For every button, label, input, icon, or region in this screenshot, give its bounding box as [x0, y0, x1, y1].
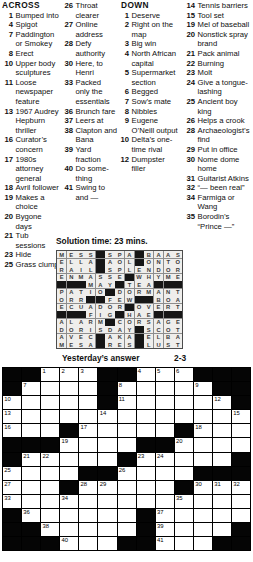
puzzle-cell-r10c7[interactable] — [118, 495, 136, 508]
solution-cell-r11c8: Y — [125, 326, 134, 333]
puzzle-block-r11c1 — [3, 509, 21, 522]
solution-cell-r12c7: K — [115, 334, 124, 341]
solution-cell-r7c2: R — [67, 296, 76, 303]
puzzle-cell-r3c9[interactable] — [156, 396, 174, 409]
solution-cell-r8c6: O — [105, 304, 114, 311]
solution-cell-r3c6: S — [105, 266, 114, 273]
puzzle-cell-r4c6[interactable]: 14 — [98, 410, 116, 423]
solution-cell-r9c5: I — [96, 311, 105, 318]
puzzle-cell-r7c5[interactable] — [79, 453, 97, 466]
puzzle-cell-r2c10[interactable] — [175, 382, 193, 395]
puzzle-cell-r11c9[interactable]: 37 — [156, 509, 174, 522]
puzzle-block-r8c11 — [194, 467, 212, 480]
clue-across-7: 7Padding­ton or Smokey — [2, 30, 59, 49]
cell-number: 32 — [233, 481, 240, 488]
puzzle-cell-r5c13[interactable] — [232, 424, 250, 437]
solution-cell-r7c7: E — [115, 296, 124, 303]
cell-number: 14 — [100, 410, 107, 417]
clue-down-1: 1Deserve — [118, 11, 180, 21]
puzzle-cell-r1c5[interactable]: 3 — [79, 368, 97, 381]
solution-cell-r3c8: L — [125, 266, 134, 273]
solution-cell-r3c3: I — [76, 266, 85, 273]
solution-cell-r8c13: T — [173, 304, 182, 311]
solution-block-r5c3 — [76, 281, 85, 288]
solution-block-r2c5 — [96, 259, 105, 266]
solution-cell-r4c6: S — [105, 274, 114, 281]
solution-cell-r5c9: E — [135, 281, 144, 288]
puzzle-cell-r12c5[interactable] — [79, 523, 97, 536]
puzzle-cell-r3c10[interactable] — [175, 396, 193, 409]
solution-cell-r11c7: A — [115, 326, 124, 333]
solution-cell-r13c10: L — [144, 341, 153, 348]
clue-text: Helps a crook — [198, 116, 245, 126]
clue-number: 29 — [184, 145, 195, 155]
puzzle-cell-r1c10[interactable]: 6 — [175, 368, 193, 381]
clue-across-20: 20Bygone days — [2, 212, 59, 231]
clue-down-34: 34Farmiga or Wang — [184, 193, 252, 212]
clue-text: Spigot — [16, 20, 38, 30]
clue-down-30: 30Nome dome home — [184, 155, 252, 174]
clue-text: Do some­thing — [76, 164, 118, 183]
puzzle-cell-r8c8[interactable] — [137, 467, 155, 480]
solution-cell-r5c8: T — [125, 281, 134, 288]
puzzle-cell-r11c2[interactable]: 36 — [22, 509, 40, 522]
puzzle-cell-r9c7[interactable] — [118, 481, 136, 494]
puzzle-cell-r1c4[interactable]: 2 — [60, 368, 78, 381]
puzzle-cell-r9c12[interactable]: 31 — [213, 481, 231, 494]
solution-cell-r10c9: R — [135, 319, 144, 326]
puzzle-cell-r2c2[interactable]: 7 — [22, 382, 40, 395]
solution-block-r6c6 — [105, 289, 114, 296]
puzzle-cell-r10c8[interactable] — [137, 495, 155, 508]
solution-cell-r4c5: S — [96, 274, 105, 281]
puzzle-cell-r4c3[interactable] — [41, 410, 59, 423]
clue-number: 30 — [62, 59, 73, 78]
puzzle-cell-r7c4[interactable] — [60, 453, 78, 466]
clue-across-18: 18Avril follower — [2, 183, 59, 193]
solution-block-r5c13 — [173, 281, 182, 288]
solution-cell-r8c12: R — [164, 304, 173, 311]
solution-cell-r1c11: A — [154, 251, 163, 258]
clue-number: 14 — [184, 1, 195, 11]
puzzle-cell-r11c10[interactable] — [175, 509, 193, 522]
clue-text: Online address — [76, 20, 118, 39]
puzzle-cell-r10c2[interactable] — [22, 495, 40, 508]
puzzle-cell-r13c5[interactable] — [79, 537, 97, 550]
puzzle-cell-r7c10[interactable] — [175, 453, 193, 466]
clue-text: Swing to and — — [76, 183, 118, 202]
puzzle-cell-r10c13[interactable] — [232, 495, 250, 508]
solution-cell-r11c13: T — [173, 326, 182, 333]
clue-text: “— been real” — [198, 183, 245, 193]
clue-number: 20 — [184, 30, 195, 49]
puzzle-cell-r7c12[interactable] — [213, 453, 231, 466]
solution-cell-r8c4: A — [86, 304, 95, 311]
solution-block-r11c9 — [135, 326, 144, 333]
puzzle-cell-r6c6[interactable] — [98, 438, 116, 451]
puzzle-cell-r5c2[interactable] — [22, 424, 40, 437]
puzzle-cell-r3c2[interactable] — [22, 396, 40, 409]
cell-number: 16 — [4, 424, 11, 431]
clue-number: 7 — [2, 30, 13, 49]
puzzle-cell-r3c1[interactable]: 10 — [3, 396, 21, 409]
puzzle-cell-r9c11[interactable]: 30 — [194, 481, 212, 494]
puzzle-cell-r3c12[interactable]: 12 — [213, 396, 231, 409]
clue-down-22: 22Burning — [184, 59, 252, 69]
clue-text: Makes a choice — [16, 193, 60, 212]
puzzle-cell-r10c11[interactable] — [194, 495, 212, 508]
puzzle-cell-r9c13[interactable]: 32 — [232, 481, 250, 494]
solution-cell-r4c13: E — [173, 274, 182, 281]
clue-across-39: 39Yard fraction — [62, 145, 117, 164]
puzzle-block-r3c6 — [98, 396, 116, 409]
puzzle-cell-r9c5[interactable]: 28 — [79, 481, 97, 494]
puzzle-cell-r11c4[interactable] — [60, 509, 78, 522]
solution-cell-r3c13: R — [173, 266, 182, 273]
clue-text: Grass clump — [16, 260, 59, 270]
solution-cell-r2c4: A — [86, 259, 95, 266]
clue-number: 35 — [184, 212, 195, 231]
solution-cell-r7c11: B — [154, 296, 163, 303]
puzzle-cell-r8c10[interactable] — [175, 467, 193, 480]
puzzle-cell-r9c9[interactable] — [156, 481, 174, 494]
puzzle-block-r12c2 — [22, 523, 40, 536]
solution-cell-r12c11: L — [154, 334, 163, 341]
clue-number: 8 — [2, 49, 13, 59]
clue-number: 8 — [118, 107, 129, 117]
clue-across-8: 8Erect — [2, 49, 59, 59]
clue-number: 1 — [118, 11, 129, 21]
puzzle-block-r7c7 — [118, 453, 136, 466]
puzzle-cell-r11c6[interactable] — [98, 509, 116, 522]
puzzle-block-r6c2 — [22, 438, 40, 451]
cell-number: 21 — [23, 453, 30, 460]
cell-number: 29 — [100, 481, 107, 488]
puzzle-cell-r9c6[interactable]: 29 — [98, 481, 116, 494]
puzzle-cell-r2c5[interactable] — [79, 382, 97, 395]
puzzle-cell-r5c11[interactable]: 18 — [194, 424, 212, 437]
puzzle-cell-r3c8[interactable] — [137, 396, 155, 409]
puzzle-cell-r11c5[interactable] — [79, 509, 97, 522]
puzzle-cell-r5c9[interactable] — [156, 424, 174, 437]
clue-across-11: 11Loose news­paper feature — [2, 78, 59, 107]
solution-cell-r1c10: B — [144, 251, 153, 258]
puzzle-cell-r2c11[interactable]: 9 — [194, 382, 212, 395]
cell-number: 6 — [176, 368, 179, 375]
puzzle-cell-r4c1[interactable]: 13 — [3, 410, 21, 423]
puzzle-date-code: 2-3 — [174, 353, 186, 363]
puzzle-cell-r12c6[interactable] — [98, 523, 116, 536]
puzzle-cell-r1c9[interactable]: 5 — [156, 368, 174, 381]
solution-cell-r10c4: R — [86, 319, 95, 326]
puzzle-cell-r11c7[interactable] — [118, 509, 136, 522]
puzzle-cell-r11c11[interactable] — [194, 509, 212, 522]
clue-across-30: 30Here, to Henri — [62, 59, 117, 78]
puzzle-block-r12c8 — [137, 523, 155, 536]
solution-cell-r10c13: E — [173, 319, 182, 326]
puzzle-cell-r5c7[interactable] — [118, 424, 136, 437]
puzzle-block-r5c10 — [175, 424, 193, 437]
solution-cell-r1c1: M — [57, 251, 66, 258]
clue-down-15: 15Tool set — [184, 11, 252, 21]
puzzle-cell-r6c13[interactable] — [232, 438, 250, 451]
clue-text: Upper body sculp­tures — [16, 59, 60, 78]
puzzle-cell-r9c3[interactable] — [41, 481, 59, 494]
clue-number: 38 — [62, 126, 73, 145]
clue-text: Brunch fare — [76, 107, 116, 117]
solution-cell-r13c6: R — [105, 341, 114, 348]
solution-cell-r8c9: O — [135, 304, 144, 311]
solution-cell-r7c6: F — [105, 296, 114, 303]
clue-number: 10 — [118, 135, 129, 154]
puzzle-cell-r10c3[interactable] — [41, 495, 59, 508]
puzzle-cell-r6c11[interactable] — [194, 438, 212, 451]
puzzle-block-r1c7 — [118, 368, 136, 381]
puzzle-block-r8c6 — [98, 467, 116, 480]
solution-block-r9c7 — [115, 311, 124, 318]
solution-cell-r11c1: D — [57, 326, 66, 333]
clue-across-16: 16Curator’s concern — [2, 135, 59, 154]
clue-text: Nonstick spray brand — [198, 30, 253, 49]
clue-text: 1980s attorney general — [16, 155, 60, 184]
clue-number: 10 — [2, 59, 13, 78]
clue-column-down-2: 14Tennis barriers15Tool set19Mel of base… — [184, 1, 252, 231]
puzzle-cell-r4c7[interactable] — [118, 410, 136, 423]
puzzle-cell-r13c4[interactable]: 40 — [60, 537, 78, 550]
clue-across-33: 33Packed only the essentials — [62, 78, 117, 107]
solution-cell-r12c2: V — [67, 334, 76, 341]
solution-cell-r8c3: U — [76, 304, 85, 311]
clue-across-10: 10Upper body sculp­tures — [2, 59, 59, 78]
puzzle-cell-r9c1[interactable]: 27 — [3, 481, 21, 494]
puzzle-cell-r4c11[interactable] — [194, 410, 212, 423]
puzzle-cell-r7c9[interactable]: 24 — [156, 453, 174, 466]
puzzle-cell-r7c8[interactable]: 23 — [137, 453, 155, 466]
cell-number: 12 — [214, 396, 221, 403]
clue-down-20: 20Nonstick spray brand — [184, 30, 252, 49]
puzzle-block-r1c6 — [98, 368, 116, 381]
puzzle-cell-r2c7[interactable]: 8 — [118, 382, 136, 395]
clue-text: Dumpster filler — [132, 155, 181, 174]
clue-number: 21 — [184, 49, 195, 59]
across-header: ACROSS — [2, 1, 59, 11]
puzzle-cell-r4c12[interactable] — [213, 410, 231, 423]
solution-cell-r10c1: A — [57, 319, 66, 326]
solution-cell-r10c2: L — [67, 319, 76, 326]
yesterdays-answer-grid: MESSSPABAASELLAAOLONTORAILSPLENDORENMASS… — [56, 250, 183, 349]
puzzle-cell-r2c3[interactable] — [41, 382, 59, 395]
puzzle-cell-r7c3[interactable]: 22 — [41, 453, 59, 466]
solution-cell-r12c6: A — [105, 334, 114, 341]
clue-down-28: 28Archae­ologist’s find — [184, 126, 252, 145]
puzzle-cell-r4c2[interactable] — [22, 410, 40, 423]
puzzle-cell-r8c4[interactable] — [60, 467, 78, 480]
puzzle-cell-r7c11[interactable] — [194, 453, 212, 466]
clue-number: 21 — [2, 231, 13, 250]
puzzle-cell-r1c3[interactable]: 1 — [41, 368, 59, 381]
puzzle-cell-r10c12[interactable] — [213, 495, 231, 508]
cell-number: 28 — [81, 481, 88, 488]
solution-cell-r10c8: O — [125, 319, 134, 326]
clue-number: 11 — [2, 78, 13, 107]
clue-down-3: 3Big win — [118, 39, 180, 49]
solution-cell-r8c10: V — [144, 304, 153, 311]
clue-down-4: 4North African capital — [118, 49, 180, 68]
puzzle-cell-r10c6[interactable] — [98, 495, 116, 508]
puzzle-cell-r3c11[interactable] — [194, 396, 212, 409]
puzzle-cell-r2c4[interactable] — [60, 382, 78, 395]
puzzle-cell-r11c13[interactable] — [232, 509, 250, 522]
puzzle-cell-r1c8[interactable]: 4 — [137, 368, 155, 381]
solution-cell-r13c2: E — [67, 341, 76, 348]
clue-text: Tub sessions — [16, 231, 60, 250]
cell-number: 26 — [119, 467, 126, 474]
clue-number: 12 — [118, 155, 129, 174]
puzzle-cell-r12c12[interactable] — [213, 523, 231, 536]
puzzle-cell-r9c8[interactable] — [137, 481, 155, 494]
clue-text: Packed only the essentials — [76, 78, 118, 107]
clue-number: 7 — [118, 97, 129, 107]
solution-cell-r4c1: E — [57, 274, 66, 281]
puzzle-cell-r10c5[interactable] — [79, 495, 97, 508]
puzzle-cell-r5c6[interactable] — [98, 424, 116, 437]
puzzle-cell-r8c7[interactable]: 26 — [118, 467, 136, 480]
solution-block-r12c9 — [135, 334, 144, 341]
cell-number: 33 — [4, 495, 11, 502]
solution-block-r9c1 — [57, 311, 66, 318]
puzzle-cell-r9c2[interactable] — [22, 481, 40, 494]
puzzle-cell-r5c12[interactable] — [213, 424, 231, 437]
clue-text: Delta’s one-time rival — [132, 135, 181, 154]
cell-number: 15 — [233, 410, 240, 417]
puzzle-cell-r6c10[interactable]: 20 — [175, 438, 193, 451]
solution-block-r13c5 — [96, 341, 105, 348]
solution-cell-r13c7: E — [115, 341, 124, 348]
solution-cell-r2c13: O — [173, 259, 182, 266]
puzzle-cell-r13c6[interactable] — [98, 537, 116, 550]
cell-number: 23 — [138, 453, 145, 460]
puzzle-cell-r12c3[interactable]: 38 — [41, 523, 59, 536]
puzzle-cell-r6c4[interactable]: 19 — [60, 438, 78, 451]
clue-number: 31 — [184, 174, 195, 184]
clue-number: 3 — [118, 39, 129, 49]
puzzle-cell-r5c8[interactable] — [137, 424, 155, 437]
clue-number: 40 — [62, 164, 73, 183]
puzzle-cell-r10c10[interactable]: 35 — [175, 495, 193, 508]
solution-cell-r1c12: A — [164, 251, 173, 258]
solution-block-r9c13 — [173, 311, 182, 318]
puzzle-cell-r3c5[interactable] — [79, 396, 97, 409]
solution-cell-r12c10: E — [144, 334, 153, 341]
puzzle-cell-r13c10[interactable] — [175, 537, 193, 550]
puzzle-cell-r6c5[interactable] — [79, 438, 97, 451]
solution-cell-r9c4: F — [86, 311, 95, 318]
puzzle-cell-r3c3[interactable] — [41, 396, 59, 409]
solution-cell-r10c5: M — [96, 319, 105, 326]
puzzle-cell-r5c1[interactable]: 16 — [3, 424, 21, 437]
puzzle-cell-r7c6[interactable] — [98, 453, 116, 466]
puzzle-cell-r8c9[interactable] — [156, 467, 174, 480]
puzzle-cell-r2c8[interactable] — [137, 382, 155, 395]
clue-number: 28 — [184, 126, 195, 145]
clue-text: Give a tongue-lashing — [198, 78, 253, 97]
clue-number: 34 — [184, 193, 195, 212]
solution-block-r13c9 — [135, 341, 144, 348]
down-header: DOWN — [121, 1, 180, 11]
puzzle-cell-r12c9[interactable]: 39 — [156, 523, 174, 536]
puzzle-cell-r6c7[interactable] — [118, 438, 136, 451]
puzzle-cell-r12c11[interactable] — [194, 523, 212, 536]
puzzle-cell-r4c13[interactable]: 15 — [232, 410, 250, 423]
clue-across-21: 21Tub sessions — [2, 231, 59, 250]
puzzle-cell-r4c5[interactable] — [79, 410, 97, 423]
puzzle-cell-r5c3[interactable] — [41, 424, 59, 437]
clue-across-26: 26Throat clearer — [62, 1, 117, 20]
clue-text: Big win — [132, 39, 157, 49]
puzzle-cell-r8c2[interactable] — [22, 467, 40, 480]
puzzle-cell-r11c12[interactable] — [213, 509, 231, 522]
puzzle-cell-r3c4[interactable] — [60, 396, 78, 409]
puzzle-cell-r10c9[interactable] — [156, 495, 174, 508]
solution-block-r10c6 — [105, 319, 114, 326]
clue-down-10: 10Delta’s one-time rival — [118, 135, 180, 154]
cell-number: 22 — [42, 453, 49, 460]
clue-text: Curator’s concern — [16, 135, 60, 154]
clue-text: Put in office — [198, 145, 238, 155]
puzzle-cell-r4c10[interactable] — [175, 410, 193, 423]
clue-number: 9 — [118, 116, 129, 135]
solution-cell-r9c10: E — [144, 311, 153, 318]
puzzle-block-r8c5 — [79, 467, 97, 480]
puzzle-block-r13c13 — [232, 537, 250, 550]
clue-text: Leers at — [76, 116, 104, 126]
puzzle-cell-r11c3[interactable] — [41, 509, 59, 522]
clue-text: Farmiga or Wang — [198, 193, 253, 212]
clue-number: 17 — [2, 155, 13, 184]
solution-cell-r2c8: L — [125, 259, 134, 266]
solution-cell-r6c3: T — [76, 289, 85, 296]
puzzle-cell-r5c5[interactable]: 17 — [79, 424, 97, 437]
puzzle-cell-r10c1[interactable]: 33 — [3, 495, 21, 508]
puzzle-cell-r10c4[interactable]: 34 — [60, 495, 78, 508]
puzzle-cell-r3c7[interactable]: 11 — [118, 396, 136, 409]
clue-number: 26 — [62, 1, 73, 20]
puzzle-block-r12c13 — [232, 523, 250, 536]
cell-number: 7 — [23, 382, 26, 389]
puzzle-block-r7c1 — [3, 453, 21, 466]
solution-cell-r6c10: M — [144, 289, 153, 296]
solution-block-r5c7 — [115, 281, 124, 288]
clue-number: 20 — [2, 212, 13, 231]
puzzle-cell-r2c9[interactable] — [156, 382, 174, 395]
puzzle-block-r1c12 — [213, 368, 231, 381]
puzzle-cell-r8c1[interactable]: 25 — [3, 467, 21, 480]
puzzle-cell-r12c7[interactable] — [118, 523, 136, 536]
puzzle-cell-r4c8[interactable] — [137, 410, 155, 423]
puzzle-cell-r13c9[interactable]: 41 — [156, 537, 174, 550]
solution-cell-r11c10: S — [144, 326, 153, 333]
puzzle-cell-r12c10[interactable] — [175, 523, 193, 536]
puzzle-cell-r13c11[interactable] — [194, 537, 212, 550]
puzzle-block-r13c12 — [213, 537, 231, 550]
clue-text: Guitarist Atkins — [198, 174, 249, 184]
puzzle-cell-r7c2[interactable]: 21 — [22, 453, 40, 466]
puzzle-cell-r4c4[interactable] — [60, 410, 78, 423]
puzzle-cell-r8c3[interactable] — [41, 467, 59, 480]
puzzle-cell-r12c4[interactable] — [60, 523, 78, 536]
puzzle-cell-r4c9[interactable] — [156, 410, 174, 423]
puzzle-cell-r6c12[interactable] — [213, 438, 231, 451]
